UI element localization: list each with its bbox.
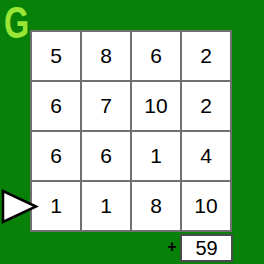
grid-cell-r1c2[interactable]: 8: [82, 32, 130, 80]
plus-operator: +: [165, 238, 179, 256]
grid-cell-r4c1[interactable]: 1: [32, 182, 80, 230]
grid-cell-r2c3[interactable]: 10: [132, 82, 180, 130]
grid-cell-r2c4[interactable]: 2: [182, 82, 230, 130]
number-grid: 5 8 6 2 6 7 10 2 6 6 1 4 1 1 8 10: [30, 30, 232, 232]
grid-cell-r3c2[interactable]: 6: [82, 132, 130, 180]
logo-letter-g: G: [4, 0, 29, 45]
grid-cell-r4c2[interactable]: 1: [82, 182, 130, 230]
grid-cell-r1c3[interactable]: 6: [132, 32, 180, 80]
row-pointer-arrow-icon: [1, 188, 39, 226]
grid-cell-r1c1[interactable]: 5: [32, 32, 80, 80]
grid-cell-r4c4[interactable]: 10: [182, 182, 230, 230]
grid-cell-r1c4[interactable]: 2: [182, 32, 230, 80]
grid-cell-r2c1[interactable]: 6: [32, 82, 80, 130]
grid-cell-r4c3[interactable]: 8: [132, 182, 180, 230]
grid-cell-r2c2[interactable]: 7: [82, 82, 130, 130]
grid-cell-r3c4[interactable]: 4: [182, 132, 230, 180]
grid-cell-r3c3[interactable]: 1: [132, 132, 180, 180]
grid-cell-r3c1[interactable]: 6: [32, 132, 80, 180]
sum-value-box: 59: [180, 234, 233, 262]
